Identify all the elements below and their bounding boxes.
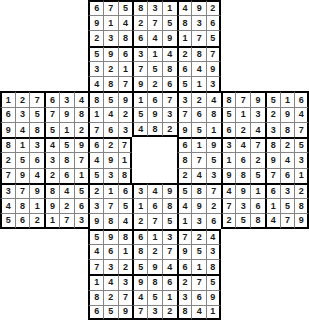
void-cell [265,259,280,274]
void-cell [44,259,59,274]
sudoku-cell-r4c9: 6 [118,46,133,61]
void-cell [235,229,250,244]
sudoku-cell-r19c11: 8 [147,274,162,289]
sudoku-cell-r17c13: 9 [177,244,192,259]
sudoku-cell-r12c18: 5 [250,168,265,183]
void-cell [250,244,265,259]
sudoku-cell-r1c8: 7 [103,0,118,15]
sudoku-cell-r14c13: 4 [177,198,192,213]
void-cell [74,244,89,259]
void-cell [74,61,89,76]
void-cell [280,305,295,320]
void-cell [44,0,59,15]
sudoku-cell-r3c14: 7 [191,30,206,45]
sudoku-cell-r17c11: 2 [147,244,162,259]
sudoku-cell-r10c3: 3 [29,137,44,152]
void-cell [265,30,280,45]
void-cell [74,76,89,91]
sudoku-cell-r7c17: 7 [235,91,250,106]
sudoku-cell-r14c16: 7 [221,198,236,213]
sudoku-cell-r10c8: 2 [103,137,118,152]
void-cell [15,290,30,305]
sudoku-cell-r15c3: 2 [29,213,44,228]
sudoku-cell-r12c20: 6 [280,168,295,183]
void-cell [15,259,30,274]
sudoku-cell-r9c15: 1 [206,122,221,137]
sudoku-cell-r7c11: 6 [147,91,162,106]
void-cell [15,244,30,259]
sudoku-cell-r8c17: 1 [235,107,250,122]
sudoku-cell-r5c14: 4 [191,61,206,76]
sudoku-cell-r15c8: 8 [103,213,118,228]
void-cell [0,46,15,61]
sudoku-cell-r14c6: 6 [74,198,89,213]
void-cell [221,0,236,15]
sudoku-cell-r12c19: 7 [265,168,280,183]
void-cell [235,274,250,289]
void-cell [74,305,89,320]
sudoku-cell-r12c2: 9 [15,168,30,183]
sudoku-cell-r15c15: 6 [206,213,221,228]
void-cell [280,76,295,91]
void-cell [59,0,74,15]
sudoku-cell-r10c7: 6 [88,137,103,152]
sudoku-cell-r15c7: 9 [88,213,103,228]
void-cell [221,229,236,244]
sudoku-cell-r8c9: 2 [118,107,133,122]
sudoku-cell-r9c5: 1 [59,122,74,137]
sudoku-cell-r18c9: 2 [118,259,133,274]
sudoku-cell-r4c11: 1 [147,46,162,61]
void-cell [74,0,89,15]
sudoku-cell-r20c7: 8 [88,290,103,305]
sudoku-cell-r19c14: 7 [191,274,206,289]
void-cell [265,290,280,305]
sudoku-cell-r6c11: 2 [147,76,162,91]
sudoku-cell-r8c20: 9 [280,107,295,122]
sudoku-cell-r16c10: 6 [132,229,147,244]
sudoku-cell-r16c7: 5 [88,229,103,244]
sudoku-cell-r17c12: 7 [162,244,177,259]
sudoku-cell-r8c2: 3 [15,107,30,122]
sudoku-cell-r6c15: 3 [206,76,221,91]
sudoku-cell-r9c8: 6 [103,122,118,137]
sudoku-cell-r7c2: 2 [15,91,30,106]
sudoku-cell-r19c15: 5 [206,274,221,289]
void-cell [44,244,59,259]
sudoku-cell-r7c10: 1 [132,91,147,106]
void-cell [250,229,265,244]
sudoku-cell-r14c5: 2 [59,198,74,213]
void-cell [294,259,309,274]
sudoku-cell-r3c10: 6 [132,30,147,45]
void-cell [44,61,59,76]
sudoku-cell-r2c8: 1 [103,15,118,30]
void-cell [59,274,74,289]
void-cell [221,61,236,76]
sudoku-cell-r9c11: 8 [147,122,162,137]
sudoku-cell-r18c7: 7 [88,259,103,274]
void-cell [74,290,89,305]
sudoku-cell-r13c15: 7 [206,183,221,198]
sudoku-cell-r3c7: 2 [88,30,103,45]
sudoku-cell-r21c7: 6 [88,305,103,320]
void-cell [132,168,147,183]
sudoku-cell-r7c14: 2 [191,91,206,106]
sudoku-cell-r2c13: 8 [177,15,192,30]
void-cell [221,15,236,30]
void-cell [235,305,250,320]
void-cell [294,305,309,320]
sudoku-cell-r12c7: 5 [88,168,103,183]
sudoku-cell-r15c18: 8 [250,213,265,228]
sudoku-cell-r5c7: 3 [88,61,103,76]
sudoku-cell-r16c14: 2 [191,229,206,244]
sudoku-cell-r3c13: 1 [177,30,192,45]
void-cell [44,30,59,45]
void-cell [15,15,30,30]
sudoku-cell-r13c14: 8 [191,183,206,198]
sudoku-cell-r7c8: 5 [103,91,118,106]
void-cell [221,305,236,320]
sudoku-cell-r8c3: 5 [29,107,44,122]
void-cell [280,15,295,30]
void-cell [59,61,74,76]
sudoku-cell-r1c9: 5 [118,0,133,15]
void-cell [0,30,15,45]
void-cell [221,290,236,305]
sudoku-cell-r15c10: 2 [132,213,147,228]
sudoku-cell-r3c12: 9 [162,30,177,45]
void-cell [0,15,15,30]
sudoku-cell-r8c19: 2 [265,107,280,122]
void-cell [250,30,265,45]
sudoku-cell-r20c15: 9 [206,290,221,305]
void-cell [221,76,236,91]
void-cell [265,229,280,244]
sudoku-cell-r14c14: 9 [191,198,206,213]
void-cell [250,305,265,320]
void-cell [294,76,309,91]
sudoku-cell-r8c10: 5 [132,107,147,122]
void-cell [235,259,250,274]
sudoku-cell-r10c4: 4 [44,137,59,152]
void-cell [0,274,15,289]
sudoku-cell-r8c12: 3 [162,107,177,122]
sudoku-board: 6758314929142758362386491755963142873217… [0,0,309,320]
sudoku-cell-r8c13: 7 [177,107,192,122]
void-cell [29,259,44,274]
sudoku-cell-r9c18: 4 [250,122,265,137]
sudoku-cell-r12c9: 8 [118,168,133,183]
sudoku-cell-r7c12: 7 [162,91,177,106]
void-cell [29,30,44,45]
sudoku-cell-r9c3: 8 [29,122,44,137]
sudoku-cell-r13c9: 6 [118,183,133,198]
void-cell [15,30,30,45]
void-cell [132,137,147,152]
sudoku-cell-r6c8: 8 [103,76,118,91]
sudoku-cell-r15c11: 7 [147,213,162,228]
sudoku-cell-r11c19: 9 [265,152,280,167]
sudoku-cell-r21c8: 5 [103,305,118,320]
sudoku-cell-r12c15: 3 [206,168,221,183]
sudoku-cell-r12c6: 1 [74,168,89,183]
sudoku-cell-r13c11: 4 [147,183,162,198]
sudoku-cell-r16c11: 1 [147,229,162,244]
sudoku-cell-r9c4: 5 [44,122,59,137]
void-cell [44,15,59,30]
void-cell [44,76,59,91]
void-cell [235,244,250,259]
void-cell [280,229,295,244]
sudoku-cell-r2c14: 3 [191,15,206,30]
void-cell [147,168,162,183]
void-cell [235,46,250,61]
sudoku-cell-r14c7: 3 [88,198,103,213]
void-cell [29,76,44,91]
void-cell [250,46,265,61]
sudoku-cell-r15c20: 7 [280,213,295,228]
sudoku-cell-r13c16: 4 [221,183,236,198]
sudoku-cell-r7c21: 6 [294,91,309,106]
sudoku-cell-r11c13: 8 [177,152,192,167]
sudoku-cell-r11c1: 2 [0,152,15,167]
void-cell [235,30,250,45]
sudoku-cell-r21c15: 1 [206,305,221,320]
sudoku-cell-r19c12: 6 [162,274,177,289]
sudoku-cell-r15c17: 5 [235,213,250,228]
sudoku-cell-r9c19: 3 [265,122,280,137]
sudoku-cell-r14c20: 5 [280,198,295,213]
sudoku-cell-r14c19: 1 [265,198,280,213]
sudoku-cell-r16c13: 7 [177,229,192,244]
void-cell [162,168,177,183]
sudoku-cell-r8c15: 8 [206,107,221,122]
sudoku-cell-r21c13: 8 [177,305,192,320]
sudoku-cell-r7c9: 9 [118,91,133,106]
sudoku-cell-r16c15: 4 [206,229,221,244]
sudoku-cell-r11c9: 1 [118,152,133,167]
void-cell [59,259,74,274]
void-cell [0,305,15,320]
sudoku-cell-r12c17: 8 [235,168,250,183]
sudoku-cell-r12c13: 2 [177,168,192,183]
sudoku-cell-r7c3: 7 [29,91,44,106]
sudoku-cell-r15c21: 9 [294,213,309,228]
void-cell [59,290,74,305]
sudoku-cell-r11c20: 4 [280,152,295,167]
sudoku-cell-r3c15: 5 [206,30,221,45]
sudoku-cell-r12c4: 2 [44,168,59,183]
sudoku-cell-r20c14: 6 [191,290,206,305]
void-cell [280,0,295,15]
sudoku-cell-r9c2: 4 [15,122,30,137]
sudoku-cell-r6c9: 7 [118,76,133,91]
void-cell [280,274,295,289]
void-cell [29,244,44,259]
sudoku-cell-r15c14: 3 [191,213,206,228]
void-cell [294,46,309,61]
sudoku-cell-r13c13: 5 [177,183,192,198]
sudoku-cell-r11c16: 1 [221,152,236,167]
void-cell [294,0,309,15]
sudoku-cell-r11c14: 7 [191,152,206,167]
sudoku-cell-r11c3: 6 [29,152,44,167]
void-cell [280,61,295,76]
void-cell [250,0,265,15]
sudoku-cell-r2c12: 5 [162,15,177,30]
void-cell [294,274,309,289]
sudoku-cell-r8c4: 7 [44,107,59,122]
sudoku-cell-r11c4: 3 [44,152,59,167]
void-cell [250,61,265,76]
void-cell [74,229,89,244]
void-cell [250,15,265,30]
sudoku-cell-r2c7: 9 [88,15,103,30]
sudoku-cell-r6c10: 9 [132,76,147,91]
sudoku-cell-r9c6: 2 [74,122,89,137]
sudoku-cell-r11c15: 5 [206,152,221,167]
sudoku-cell-r13c20: 3 [280,183,295,198]
sudoku-cell-r12c8: 3 [103,168,118,183]
sudoku-cell-r18c14: 1 [191,259,206,274]
sudoku-cell-r15c5: 7 [59,213,74,228]
sudoku-cell-r16c8: 9 [103,229,118,244]
sudoku-cell-r14c4: 9 [44,198,59,213]
void-cell [74,46,89,61]
sudoku-cell-r19c9: 3 [118,274,133,289]
sudoku-cell-r10c6: 9 [74,137,89,152]
sudoku-cell-r9c13: 9 [177,122,192,137]
sudoku-cell-r10c2: 1 [15,137,30,152]
void-cell [0,259,15,274]
sudoku-cell-r15c1: 5 [0,213,15,228]
sudoku-cell-r8c18: 3 [250,107,265,122]
void-cell [74,259,89,274]
sudoku-cell-r18c10: 5 [132,259,147,274]
sudoku-cell-r4c10: 3 [132,46,147,61]
sudoku-cell-r20c12: 1 [162,290,177,305]
void-cell [59,305,74,320]
void-cell [29,46,44,61]
sudoku-cell-r9c17: 2 [235,122,250,137]
sudoku-cell-r19c8: 4 [103,274,118,289]
sudoku-cell-r5c10: 7 [132,61,147,76]
sudoku-cell-r3c9: 8 [118,30,133,45]
sudoku-cell-r10c20: 2 [280,137,295,152]
sudoku-cell-r9c21: 7 [294,122,309,137]
sudoku-cell-r16c12: 3 [162,229,177,244]
sudoku-cell-r15c9: 4 [118,213,133,228]
void-cell [250,259,265,274]
sudoku-cell-r17c15: 3 [206,244,221,259]
sudoku-cell-r2c15: 6 [206,15,221,30]
sudoku-cell-r12c21: 1 [294,168,309,183]
sudoku-cell-r7c5: 3 [59,91,74,106]
sudoku-cell-r8c8: 4 [103,107,118,122]
sudoku-cell-r10c19: 8 [265,137,280,152]
sudoku-cell-r11c5: 8 [59,152,74,167]
sudoku-cell-r12c16: 9 [221,168,236,183]
void-cell [265,15,280,30]
sudoku-cell-r1c7: 6 [88,0,103,15]
sudoku-cell-r14c21: 8 [294,198,309,213]
void-cell [15,46,30,61]
void-cell [221,30,236,45]
void-cell [280,259,295,274]
sudoku-cell-r7c13: 3 [177,91,192,106]
sudoku-cell-r13c10: 3 [132,183,147,198]
sudoku-cell-r15c4: 1 [44,213,59,228]
void-cell [221,244,236,259]
void-cell [294,15,309,30]
sudoku-cell-r5c8: 2 [103,61,118,76]
void-cell [265,274,280,289]
sudoku-cell-r13c4: 8 [44,183,59,198]
void-cell [44,274,59,289]
sudoku-cell-r20c11: 5 [147,290,162,305]
void-cell [29,305,44,320]
sudoku-cell-r2c9: 4 [118,15,133,30]
sudoku-cell-r17c10: 8 [132,244,147,259]
sudoku-cell-r10c15: 9 [206,137,221,152]
sudoku-cell-r6c7: 4 [88,76,103,91]
void-cell [250,290,265,305]
sudoku-cell-r14c9: 5 [118,198,133,213]
sudoku-cell-r7c6: 4 [74,91,89,106]
sudoku-cell-r4c7: 5 [88,46,103,61]
sudoku-cell-r15c16: 2 [221,213,236,228]
sudoku-cell-r1c12: 1 [162,0,177,15]
void-cell [0,76,15,91]
void-cell [44,290,59,305]
sudoku-cell-r8c7: 1 [88,107,103,122]
sudoku-cell-r20c13: 3 [177,290,192,305]
sudoku-cell-r14c11: 6 [147,198,162,213]
sudoku-cell-r9c20: 8 [280,122,295,137]
sudoku-cell-r5c15: 9 [206,61,221,76]
void-cell [294,290,309,305]
sudoku-cell-r5c13: 6 [177,61,192,76]
sudoku-cell-r4c8: 9 [103,46,118,61]
void-cell [265,76,280,91]
void-cell [29,290,44,305]
void-cell [15,274,30,289]
sudoku-cell-r13c6: 5 [74,183,89,198]
void-cell [59,30,74,45]
sudoku-cell-r17c8: 6 [103,244,118,259]
sudoku-cell-r3c8: 3 [103,30,118,45]
void-cell [280,46,295,61]
void-cell [74,274,89,289]
sudoku-cell-r20c8: 2 [103,290,118,305]
void-cell [147,152,162,167]
sudoku-cell-r1c13: 4 [177,0,192,15]
sudoku-cell-r13c21: 2 [294,183,309,198]
sudoku-cell-r15c12: 5 [162,213,177,228]
sudoku-cell-r6c14: 1 [191,76,206,91]
void-cell [280,290,295,305]
void-cell [29,15,44,30]
void-cell [74,15,89,30]
sudoku-cell-r9c9: 3 [118,122,133,137]
sudoku-cell-r20c10: 4 [132,290,147,305]
sudoku-puzzle: 6758314929142758362386491755963142873217… [0,0,309,320]
sudoku-cell-r8c1: 6 [0,107,15,122]
void-cell [59,244,74,259]
sudoku-cell-r14c2: 8 [15,198,30,213]
